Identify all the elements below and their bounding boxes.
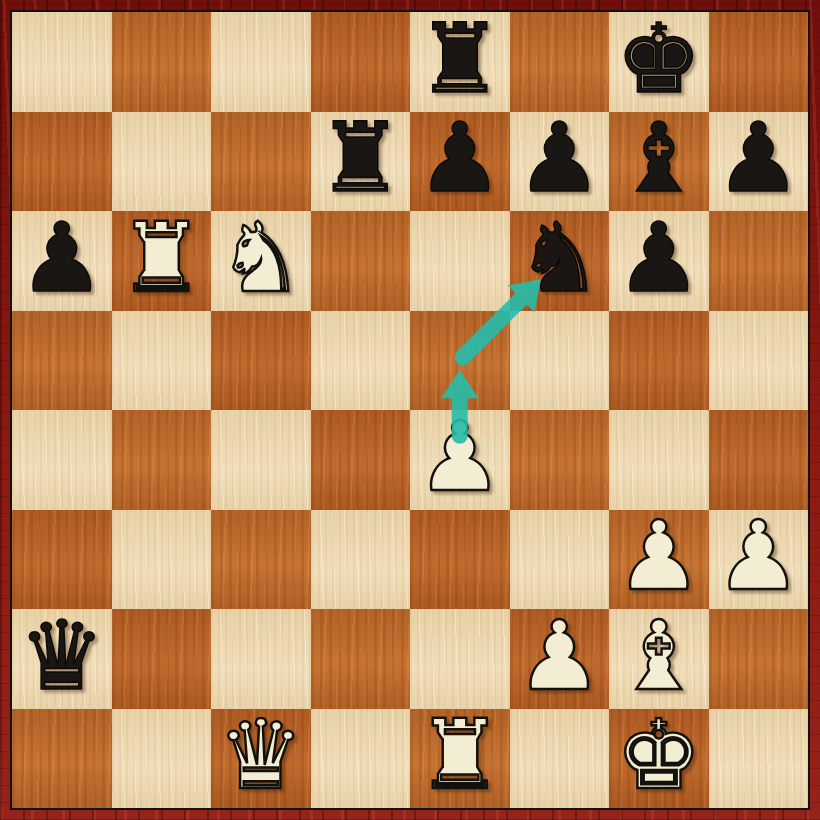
square-g3[interactable]: ♟: [609, 510, 709, 610]
square-c4[interactable]: [211, 410, 311, 510]
square-c5[interactable]: [211, 311, 311, 411]
square-c8[interactable]: [211, 12, 311, 112]
square-b6[interactable]: ♜: [112, 211, 212, 311]
square-h8[interactable]: [709, 12, 809, 112]
piece-black-king-g8[interactable]: ♚: [616, 12, 702, 107]
square-e3[interactable]: [410, 510, 510, 610]
square-e6[interactable]: [410, 211, 510, 311]
square-f3[interactable]: [510, 510, 610, 610]
square-a7[interactable]: [12, 112, 112, 212]
square-e2[interactable]: [410, 609, 510, 709]
square-a3[interactable]: [12, 510, 112, 610]
square-g5[interactable]: [609, 311, 709, 411]
square-e4[interactable]: ♟: [410, 410, 510, 510]
square-h2[interactable]: [709, 609, 809, 709]
chess-board[interactable]: ♜♚♜♟♟♝♟♟♜♞♞♟♟♟♟♛♟♝♛♜♚: [12, 12, 808, 808]
square-g8[interactable]: ♚: [609, 12, 709, 112]
square-b4[interactable]: [112, 410, 212, 510]
square-d5[interactable]: [311, 311, 411, 411]
square-b7[interactable]: [112, 112, 212, 212]
square-f5[interactable]: [510, 311, 610, 411]
square-b5[interactable]: [112, 311, 212, 411]
square-g2[interactable]: ♝: [609, 609, 709, 709]
square-h3[interactable]: ♟: [709, 510, 809, 610]
square-c1[interactable]: ♛: [211, 709, 311, 809]
piece-black-pawn-e7[interactable]: ♟: [417, 112, 503, 207]
piece-white-bishop-g2[interactable]: ♝: [616, 609, 702, 704]
square-d2[interactable]: [311, 609, 411, 709]
square-g6[interactable]: ♟: [609, 211, 709, 311]
square-c2[interactable]: [211, 609, 311, 709]
square-e7[interactable]: ♟: [410, 112, 510, 212]
piece-white-queen-c1[interactable]: ♛: [218, 709, 304, 804]
piece-black-queen-a2[interactable]: ♛: [19, 609, 105, 704]
square-h1[interactable]: [709, 709, 809, 809]
square-a8[interactable]: [12, 12, 112, 112]
piece-black-pawn-a6[interactable]: ♟: [19, 211, 105, 306]
piece-white-pawn-h3[interactable]: ♟: [715, 510, 801, 605]
piece-white-king-g1[interactable]: ♚: [616, 709, 702, 804]
square-h7[interactable]: ♟: [709, 112, 809, 212]
square-c3[interactable]: [211, 510, 311, 610]
square-a1[interactable]: [12, 709, 112, 809]
square-f7[interactable]: ♟: [510, 112, 610, 212]
square-c7[interactable]: [211, 112, 311, 212]
square-h6[interactable]: [709, 211, 809, 311]
square-a4[interactable]: [12, 410, 112, 510]
square-b1[interactable]: [112, 709, 212, 809]
square-e1[interactable]: ♜: [410, 709, 510, 809]
piece-black-rook-e8[interactable]: ♜: [417, 12, 503, 107]
square-f8[interactable]: [510, 12, 610, 112]
square-f4[interactable]: [510, 410, 610, 510]
square-g7[interactable]: ♝: [609, 112, 709, 212]
square-b3[interactable]: [112, 510, 212, 610]
piece-black-rook-d7[interactable]: ♜: [317, 112, 403, 207]
piece-white-pawn-g3[interactable]: ♟: [616, 510, 702, 605]
piece-white-pawn-e4[interactable]: ♟: [417, 410, 503, 505]
square-d3[interactable]: [311, 510, 411, 610]
piece-black-pawn-f7[interactable]: ♟: [516, 112, 602, 207]
square-a6[interactable]: ♟: [12, 211, 112, 311]
square-c6[interactable]: ♞: [211, 211, 311, 311]
piece-black-bishop-g7[interactable]: ♝: [616, 112, 702, 207]
square-e5[interactable]: [410, 311, 510, 411]
square-d4[interactable]: [311, 410, 411, 510]
square-a2[interactable]: ♛: [12, 609, 112, 709]
square-b8[interactable]: [112, 12, 212, 112]
square-d8[interactable]: [311, 12, 411, 112]
square-h5[interactable]: [709, 311, 809, 411]
piece-black-knight-f6[interactable]: ♞: [516, 211, 602, 306]
square-b2[interactable]: [112, 609, 212, 709]
board-frame-wood: ♜♚♜♟♟♝♟♟♜♞♞♟♟♟♟♛♟♝♛♜♚: [0, 0, 820, 820]
piece-white-rook-b6[interactable]: ♜: [118, 211, 204, 306]
square-g1[interactable]: ♚: [609, 709, 709, 809]
square-g4[interactable]: [609, 410, 709, 510]
square-d6[interactable]: [311, 211, 411, 311]
square-f2[interactable]: ♟: [510, 609, 610, 709]
piece-black-pawn-h7[interactable]: ♟: [715, 112, 801, 207]
square-f6[interactable]: ♞: [510, 211, 610, 311]
piece-white-pawn-f2[interactable]: ♟: [516, 609, 602, 704]
square-f1[interactable]: [510, 709, 610, 809]
square-a5[interactable]: [12, 311, 112, 411]
square-d7[interactable]: ♜: [311, 112, 411, 212]
square-d1[interactable]: [311, 709, 411, 809]
piece-black-pawn-g6[interactable]: ♟: [616, 211, 702, 306]
piece-white-knight-c6[interactable]: ♞: [218, 211, 304, 306]
piece-white-rook-e1[interactable]: ♜: [417, 709, 503, 804]
square-h4[interactable]: [709, 410, 809, 510]
square-e8[interactable]: ♜: [410, 12, 510, 112]
board-inner-frame: ♜♚♜♟♟♝♟♟♜♞♞♟♟♟♟♛♟♝♛♜♚: [10, 10, 810, 810]
